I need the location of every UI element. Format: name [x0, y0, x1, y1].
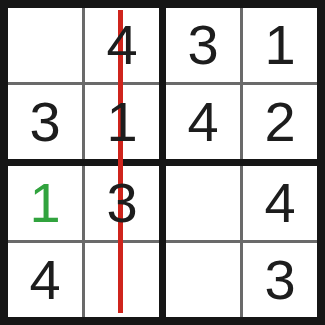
thick-gridline-horizontal [8, 159, 317, 166]
cell-r2c1[interactable]: 3 [8, 85, 82, 159]
cell-digit: 1 [106, 94, 137, 150]
cell-r1c4[interactable]: 1 [243, 8, 317, 82]
cell-r1c2[interactable]: 4 [85, 8, 159, 82]
cell-r1c1[interactable] [8, 8, 82, 82]
cell-digit: 1 [29, 175, 60, 231]
cell-r3c4[interactable]: 4 [243, 166, 317, 240]
cell-r3c3[interactable] [166, 166, 240, 240]
cell-r4c3[interactable] [166, 243, 240, 317]
cell-digit: 2 [264, 94, 295, 150]
cell-digit: 4 [29, 252, 60, 308]
cell-r4c1[interactable]: 4 [8, 243, 82, 317]
cell-digit: 1 [264, 17, 295, 73]
cell-r2c2[interactable]: 1 [85, 85, 159, 159]
cell-digit: 3 [29, 94, 60, 150]
cell-digit: 3 [106, 175, 137, 231]
sudoku-grid: 431314213443 [8, 8, 317, 317]
cell-r1c3[interactable]: 3 [166, 8, 240, 82]
cell-digit: 4 [187, 94, 218, 150]
cell-digit: 3 [187, 17, 218, 73]
cell-r2c4[interactable]: 2 [243, 85, 317, 159]
cell-digit: 3 [264, 252, 295, 308]
cell-digit: 4 [106, 17, 137, 73]
cell-r2c3[interactable]: 4 [166, 85, 240, 159]
cell-r4c4[interactable]: 3 [243, 243, 317, 317]
sudoku-board-frame: 431314213443 [0, 0, 325, 325]
cell-r3c2[interactable]: 3 [85, 166, 159, 240]
cell-r3c1[interactable]: 1 [8, 166, 82, 240]
cell-digit: 4 [264, 175, 295, 231]
